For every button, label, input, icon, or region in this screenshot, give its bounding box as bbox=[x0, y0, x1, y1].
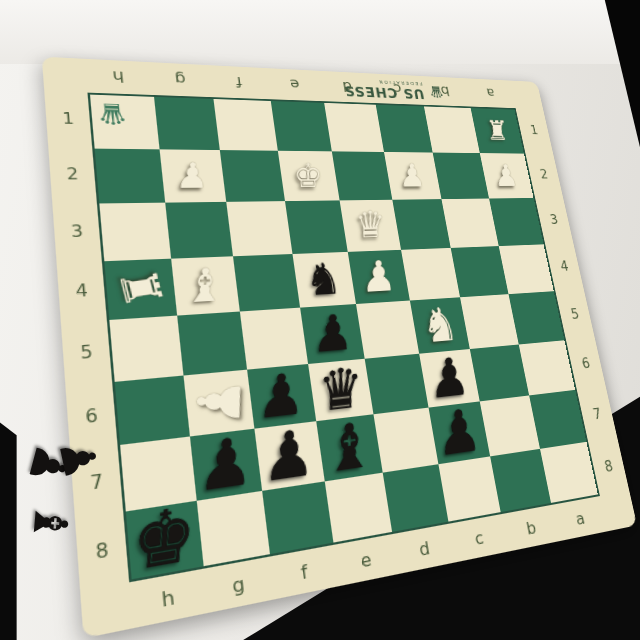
rank-label-left-3: 3 bbox=[52, 202, 101, 262]
board-grid: ♛♜♟♚♟♟♛♜♝♞♟♟♞♟♟♛♟♟♟♝♟♚ bbox=[87, 93, 599, 583]
white-king-e2[interactable]: ♚ bbox=[294, 159, 323, 193]
black-pawn-f7[interactable]: ♟ bbox=[263, 420, 315, 492]
file-label-top-c: c bbox=[370, 73, 424, 104]
square-f4[interactable] bbox=[233, 254, 300, 312]
square-g4[interactable]: ♝ bbox=[171, 256, 240, 316]
black-pawn-c7[interactable]: ♟ bbox=[436, 400, 483, 465]
square-e1[interactable] bbox=[270, 101, 331, 151]
rank-label-left-5: 5 bbox=[61, 320, 112, 386]
black-pawn-e5[interactable]: ♟ bbox=[312, 307, 353, 360]
square-f3[interactable] bbox=[226, 201, 292, 256]
square-d3[interactable]: ♛ bbox=[340, 200, 401, 252]
rank-label-left-1: 1 bbox=[44, 91, 92, 147]
white-pawn-a2[interactable]: ♟ bbox=[494, 160, 520, 190]
white-pawn-g6[interactable]: ♟ bbox=[188, 378, 249, 427]
table-cloth bbox=[0, 0, 640, 64]
rank-label-left-4: 4 bbox=[57, 260, 107, 323]
white-pawn-c2[interactable]: ♟ bbox=[399, 160, 426, 192]
square-a8[interactable] bbox=[539, 441, 597, 503]
square-h5[interactable] bbox=[109, 316, 182, 382]
white-bishop-g4[interactable]: ♝ bbox=[184, 261, 226, 309]
file-label-top-b: b bbox=[419, 76, 471, 107]
square-a5[interactable] bbox=[508, 291, 564, 344]
square-h8[interactable]: ♚ bbox=[126, 500, 203, 579]
file-label-top-h: h bbox=[85, 59, 152, 95]
black-bishop-e7[interactable]: ♝ bbox=[325, 413, 375, 482]
square-a6[interactable] bbox=[518, 340, 575, 396]
square-g7[interactable]: ♟ bbox=[189, 429, 262, 501]
square-h1[interactable]: ♛ bbox=[90, 95, 159, 149]
white-pawn-g2[interactable]: ♟ bbox=[175, 158, 209, 194]
square-e3[interactable] bbox=[284, 200, 347, 253]
square-h2[interactable] bbox=[95, 148, 165, 203]
square-e7[interactable]: ♝ bbox=[316, 414, 383, 481]
white-queen-d3[interactable]: ♛ bbox=[355, 207, 386, 244]
square-g1[interactable] bbox=[153, 97, 219, 150]
square-a3[interactable] bbox=[489, 198, 544, 246]
square-c2[interactable]: ♟ bbox=[383, 152, 441, 200]
square-d1[interactable] bbox=[324, 103, 383, 152]
square-e8[interactable] bbox=[324, 472, 392, 543]
square-h3[interactable] bbox=[99, 203, 170, 261]
square-d4[interactable]: ♟ bbox=[348, 249, 410, 304]
square-f1[interactable] bbox=[213, 99, 277, 150]
photo-scene: ♛ US CHESS FEDERATION hgfedcba hgfedcba … bbox=[0, 0, 640, 640]
black-king-h8[interactable]: ♚ bbox=[130, 496, 197, 583]
black-knight-e4[interactable]: ♞ bbox=[306, 257, 343, 302]
square-a4[interactable] bbox=[498, 244, 554, 294]
file-label-top-a: a bbox=[465, 78, 515, 108]
square-a1[interactable]: ♜ bbox=[470, 108, 524, 153]
file-label-top-e: e bbox=[265, 68, 324, 101]
square-h6[interactable] bbox=[115, 375, 190, 445]
square-a2[interactable]: ♟ bbox=[479, 153, 533, 199]
rank-label-left-8: 8 bbox=[75, 513, 129, 591]
square-d8[interactable] bbox=[383, 464, 448, 532]
file-label-top-g: g bbox=[148, 62, 212, 97]
file-label-top-f: f bbox=[208, 65, 269, 99]
square-g3[interactable] bbox=[165, 202, 233, 258]
square-f2[interactable] bbox=[220, 150, 285, 202]
square-e4[interactable]: ♞ bbox=[292, 251, 356, 307]
file-label-top-d: d bbox=[319, 71, 375, 103]
square-d6[interactable] bbox=[365, 353, 428, 414]
square-h4[interactable]: ♜ bbox=[104, 258, 176, 320]
board-corner-crown-logo: ♛ bbox=[95, 97, 129, 131]
square-a7[interactable] bbox=[529, 390, 587, 449]
square-c4[interactable] bbox=[401, 247, 461, 300]
square-g8[interactable] bbox=[196, 490, 270, 566]
square-d2[interactable] bbox=[332, 151, 392, 200]
white-knight-c5[interactable]: ♞ bbox=[421, 300, 459, 350]
white-pawn-d4[interactable]: ♟ bbox=[361, 255, 396, 299]
rank-label-left-2: 2 bbox=[48, 146, 97, 203]
square-f7[interactable]: ♟ bbox=[254, 421, 324, 490]
square-d7[interactable] bbox=[373, 408, 437, 472]
square-e2[interactable]: ♚ bbox=[277, 150, 339, 201]
black-pawn-g7[interactable]: ♟ bbox=[197, 427, 254, 502]
white-rook-a1[interactable]: ♜ bbox=[486, 117, 509, 144]
square-c3[interactable] bbox=[392, 199, 451, 249]
captured-black-bishop-3[interactable]: ♝ bbox=[22, 500, 79, 546]
square-f8[interactable] bbox=[262, 481, 333, 554]
white-rook-h4[interactable]: ♜ bbox=[111, 266, 170, 312]
square-g5[interactable] bbox=[177, 312, 247, 376]
square-d5[interactable] bbox=[356, 301, 419, 359]
square-g2[interactable]: ♟ bbox=[159, 149, 226, 203]
